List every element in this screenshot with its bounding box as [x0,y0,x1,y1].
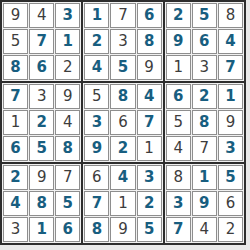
cell-r2c6[interactable]: 8 [137,29,162,54]
cell-r8c8[interactable]: 9 [192,191,217,216]
cell-r2c7[interactable]: 9 [166,29,191,54]
cell-r4c8[interactable]: 2 [192,84,217,109]
cell-r9c2[interactable]: 1 [29,217,54,242]
cell-r3c1[interactable]: 8 [3,55,28,80]
cell-r5c6[interactable]: 7 [137,110,162,135]
sudoku-page: 9435718621762384592589641377391246585843… [0,0,250,250]
sudoku-box-0-0: 943571862 [2,2,81,81]
cell-r3c4[interactable]: 4 [84,55,109,80]
cell-r2c2[interactable]: 7 [29,29,54,54]
cell-r2c3[interactable]: 1 [55,29,80,54]
cell-r2c4[interactable]: 2 [84,29,109,54]
cell-r1c8[interactable]: 5 [192,3,217,28]
cell-r6c1[interactable]: 6 [3,136,28,161]
cell-r9c9[interactable]: 2 [218,217,243,242]
cell-r4c2[interactable]: 3 [29,84,54,109]
cell-r1c9[interactable]: 8 [218,3,243,28]
cell-r4c7[interactable]: 6 [166,84,191,109]
cell-r7c8[interactable]: 1 [192,165,217,190]
cell-r1c6[interactable]: 6 [137,3,162,28]
cell-r9c5[interactable]: 9 [110,217,135,242]
cell-r5c3[interactable]: 4 [55,110,80,135]
cell-r9c3[interactable]: 6 [55,217,80,242]
cell-r8c1[interactable]: 4 [3,191,28,216]
cell-r1c5[interactable]: 7 [110,3,135,28]
sudoku-box-1-2: 621589473 [165,83,244,162]
cell-r9c7[interactable]: 7 [166,217,191,242]
cell-r5c7[interactable]: 5 [166,110,191,135]
cell-r3c2[interactable]: 6 [29,55,54,80]
cell-r7c2[interactable]: 9 [29,165,54,190]
cell-r3c7[interactable]: 1 [166,55,191,80]
cell-r8c3[interactable]: 5 [55,191,80,216]
cell-r5c9[interactable]: 9 [218,110,243,135]
cell-r5c4[interactable]: 3 [84,110,109,135]
cell-r4c1[interactable]: 7 [3,84,28,109]
cell-r4c3[interactable]: 9 [55,84,80,109]
sudoku-box-0-2: 258964137 [165,2,244,81]
cell-r3c3[interactable]: 2 [55,55,80,80]
cell-r5c8[interactable]: 8 [192,110,217,135]
cell-r3c5[interactable]: 5 [110,55,135,80]
cell-r7c1[interactable]: 2 [3,165,28,190]
sudoku-box-2-0: 297485316 [2,164,81,243]
sudoku-box-2-2: 815396742 [165,164,244,243]
cell-r8c9[interactable]: 6 [218,191,243,216]
cell-r7c4[interactable]: 6 [84,165,109,190]
cell-r7c5[interactable]: 4 [110,165,135,190]
cell-r2c9[interactable]: 4 [218,29,243,54]
cell-r8c2[interactable]: 8 [29,191,54,216]
cell-r3c8[interactable]: 3 [192,55,217,80]
cell-r2c8[interactable]: 6 [192,29,217,54]
cell-r8c5[interactable]: 1 [110,191,135,216]
cell-r9c6[interactable]: 5 [137,217,162,242]
sudoku-box-2-1: 643712895 [83,164,162,243]
cell-r6c7[interactable]: 4 [166,136,191,161]
cell-r1c4[interactable]: 1 [84,3,109,28]
cell-r4c6[interactable]: 4 [137,84,162,109]
cell-r6c5[interactable]: 2 [110,136,135,161]
cell-r4c4[interactable]: 5 [84,84,109,109]
cell-r7c9[interactable]: 5 [218,165,243,190]
cell-r6c4[interactable]: 9 [84,136,109,161]
cell-r6c3[interactable]: 8 [55,136,80,161]
sudoku-box-0-1: 176238459 [83,2,162,81]
cell-r1c7[interactable]: 2 [166,3,191,28]
cell-r8c6[interactable]: 2 [137,191,162,216]
cell-r7c7[interactable]: 8 [166,165,191,190]
cell-r8c4[interactable]: 7 [84,191,109,216]
cell-r6c9[interactable]: 3 [218,136,243,161]
cell-r2c5[interactable]: 3 [110,29,135,54]
cell-r5c5[interactable]: 6 [110,110,135,135]
cell-r5c2[interactable]: 2 [29,110,54,135]
cell-r7c3[interactable]: 7 [55,165,80,190]
cell-r9c1[interactable]: 3 [3,217,28,242]
cell-r1c3[interactable]: 3 [55,3,80,28]
sudoku-board: 9435718621762384592589641377391246585843… [0,0,246,245]
sudoku-box-1-1: 584367921 [83,83,162,162]
cell-r3c6[interactable]: 9 [137,55,162,80]
cell-r7c6[interactable]: 3 [137,165,162,190]
sudoku-box-1-0: 739124658 [2,83,81,162]
cell-r1c2[interactable]: 4 [29,3,54,28]
cell-r6c8[interactable]: 7 [192,136,217,161]
cell-r4c9[interactable]: 1 [218,84,243,109]
cell-r3c9[interactable]: 7 [218,55,243,80]
cell-r8c7[interactable]: 3 [166,191,191,216]
cell-r9c8[interactable]: 4 [192,217,217,242]
cell-r5c1[interactable]: 1 [3,110,28,135]
cell-r9c4[interactable]: 8 [84,217,109,242]
cell-r6c2[interactable]: 5 [29,136,54,161]
cell-r2c1[interactable]: 5 [3,29,28,54]
cell-r4c5[interactable]: 8 [110,84,135,109]
cell-r1c1[interactable]: 9 [3,3,28,28]
cell-r6c6[interactable]: 1 [137,136,162,161]
